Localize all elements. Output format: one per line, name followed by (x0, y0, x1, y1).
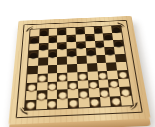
light-checker-piece: ● (58, 72, 67, 80)
board-square-r8c5: ● (78, 89, 89, 98)
dark-checker-piece: ● (67, 34, 75, 41)
dark-checker-piece: ● (68, 48, 76, 56)
dark-checker-piece: ● (104, 33, 113, 40)
board-square-r3c6: ● (86, 48, 96, 56)
board-square-r2c3: ● (57, 42, 66, 50)
board-square-r3c2: ● (48, 50, 58, 58)
board-square-r8c1: ● (36, 90, 47, 100)
light-checker-piece: ● (37, 90, 46, 99)
board-square-r8c7: ● (99, 88, 110, 97)
board-square-r0c7: ● (93, 26, 103, 33)
board-square-r1c8: ● (103, 33, 113, 40)
light-checker-piece: ● (38, 73, 47, 81)
dark-checker-piece: ● (114, 39, 123, 46)
board-square-r6c7: ● (97, 71, 108, 80)
dark-checker-piece: ● (105, 47, 114, 55)
board-square-r6c3: ● (57, 72, 67, 81)
dark-checker-piece: ● (58, 28, 66, 35)
light-checker-piece: ● (79, 88, 88, 97)
board-square-r7c8: ● (108, 79, 119, 88)
dark-checker-piece: ● (58, 42, 66, 49)
board-square-r1c0: ● (30, 36, 40, 43)
product-photo: ●●●●●●●●●●●●●●●●●●●●●●●●●●●●●●●●●●●●●●●● (0, 0, 155, 127)
board-square-r2c5: ● (76, 41, 86, 49)
board-square-r9c4: ● (68, 98, 79, 108)
board-square-r9c3 (57, 99, 68, 109)
board-square-r6c1: ● (37, 73, 47, 82)
board-square-r6c9: ● (117, 70, 128, 79)
dark-checker-piece: ● (29, 50, 37, 58)
light-checker-piece: ● (48, 81, 57, 90)
board-square-r1c6: ● (85, 34, 95, 41)
board-square-r0c3: ● (57, 28, 66, 35)
dark-checker-piece: ● (40, 29, 48, 36)
dark-checker-piece: ● (95, 40, 104, 47)
board-square-r3c4: ● (67, 49, 77, 57)
light-checker-piece: ● (111, 96, 121, 105)
draughts-board: ●●●●●●●●●●●●●●●●●●●●●●●●●●●●●●●●●●●●●●●● (8, 16, 150, 125)
board-square-r7c4: ● (68, 80, 79, 89)
dark-checker-piece: ● (86, 33, 94, 40)
board-square-r0c9: ● (111, 26, 121, 33)
board-square-r9c9 (121, 96, 133, 106)
board-square-r7c0: ● (26, 82, 37, 91)
dark-checker-piece: ● (94, 26, 102, 33)
light-checker-piece: ● (47, 99, 56, 108)
light-checker-piece: ● (69, 98, 78, 107)
board-square-r2c1: ● (39, 43, 49, 51)
board-square-r3c8: ● (105, 47, 115, 55)
light-checker-piece: ● (90, 97, 100, 106)
dark-checker-piece: ● (39, 42, 47, 49)
board-square-r9c0: ● (25, 100, 36, 110)
board-square-r7c2: ● (47, 81, 57, 90)
light-checker-piece: ● (118, 70, 128, 78)
board-square-r9c2: ● (47, 99, 58, 109)
board-square-r3c0: ● (29, 50, 39, 58)
board-square-r7c6: ● (88, 80, 99, 89)
dark-checker-piece: ● (49, 35, 57, 42)
board-square-r9c6: ● (89, 97, 100, 107)
light-checker-piece: ● (89, 79, 98, 88)
board-front-edge (9, 119, 151, 127)
dark-checker-piece: ● (30, 36, 38, 43)
dark-checker-piece: ● (49, 49, 57, 57)
board-square-r1c2: ● (48, 35, 57, 42)
board-square-r1c4: ● (67, 34, 76, 41)
board-square-r0c5: ● (75, 27, 84, 34)
dark-checker-piece: ● (77, 41, 85, 48)
light-checker-piece: ● (26, 100, 36, 110)
board-square-r9c5 (78, 98, 89, 108)
board-square-r6c5: ● (77, 72, 88, 81)
light-checker-piece: ● (100, 87, 110, 96)
board-square-r0c1: ● (39, 29, 48, 36)
light-checker-piece: ● (68, 80, 77, 89)
board-square-r9c1 (36, 100, 47, 110)
light-checker-piece: ● (98, 70, 107, 78)
board-square-r2c9: ● (113, 39, 123, 47)
board-square-r8c9: ● (119, 87, 131, 96)
dark-checker-piece: ● (112, 25, 121, 32)
board-square-r9c8: ● (110, 96, 122, 106)
board-square-r8c3: ● (57, 90, 68, 99)
playing-grid: ●●●●●●●●●●●●●●●●●●●●●●●●●●●●●●●●●●●●●●●● (24, 25, 134, 111)
light-checker-piece: ● (27, 82, 36, 91)
board-square-r2c7: ● (95, 40, 105, 48)
dark-checker-piece: ● (76, 27, 84, 34)
light-checker-piece: ● (58, 89, 67, 98)
dark-checker-piece: ● (86, 48, 95, 56)
light-checker-piece: ● (120, 87, 130, 96)
light-checker-piece: ● (78, 71, 87, 79)
light-checker-piece: ● (109, 78, 119, 87)
